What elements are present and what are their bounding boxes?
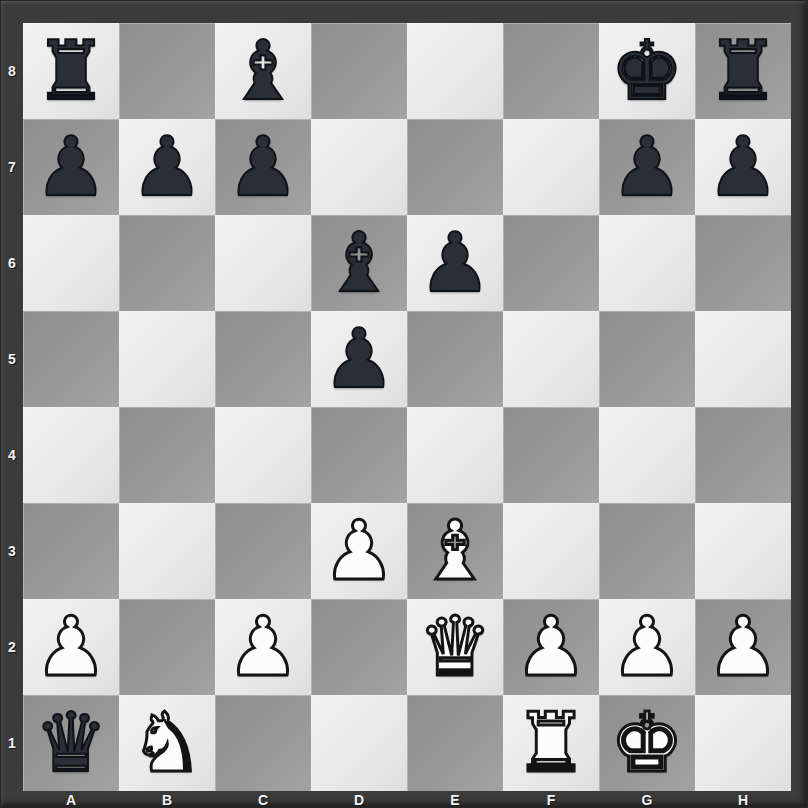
square-g5[interactable] <box>599 311 695 407</box>
square-g3[interactable] <box>599 503 695 599</box>
square-b4[interactable] <box>119 407 215 503</box>
black-bishop-piece: ♝ <box>311 215 407 311</box>
rank-label-8: 8 <box>1 23 23 119</box>
square-d8[interactable] <box>311 23 407 119</box>
square-c7[interactable]: ♟ <box>215 119 311 215</box>
square-b7[interactable]: ♟ <box>119 119 215 215</box>
square-b1[interactable]: ♞ <box>119 695 215 791</box>
white-bishop-piece: ♝ <box>407 503 503 599</box>
rank-label-3: 3 <box>1 503 23 599</box>
square-e7[interactable] <box>407 119 503 215</box>
black-pawn-piece: ♟ <box>599 119 695 215</box>
black-queen-piece: ♛ <box>23 695 119 791</box>
file-label-h: H <box>695 790 791 808</box>
black-pawn-piece: ♟ <box>23 119 119 215</box>
white-rook-piece: ♜ <box>503 695 599 791</box>
file-label-g: G <box>599 790 695 808</box>
black-pawn-piece: ♟ <box>407 215 503 311</box>
black-bishop-piece: ♝ <box>215 23 311 119</box>
white-pawn-piece: ♟ <box>215 599 311 695</box>
black-rook-piece: ♜ <box>23 23 119 119</box>
square-a6[interactable] <box>23 215 119 311</box>
square-f6[interactable] <box>503 215 599 311</box>
square-f2[interactable]: ♟ <box>503 599 599 695</box>
square-a7[interactable]: ♟ <box>23 119 119 215</box>
rank-label-7: 7 <box>1 119 23 215</box>
file-label-c: C <box>215 790 311 808</box>
square-c8[interactable]: ♝ <box>215 23 311 119</box>
black-pawn-piece: ♟ <box>311 311 407 407</box>
square-c2[interactable]: ♟ <box>215 599 311 695</box>
square-d4[interactable] <box>311 407 407 503</box>
rank-label-2: 2 <box>1 599 23 695</box>
square-g6[interactable] <box>599 215 695 311</box>
square-h7[interactable]: ♟ <box>695 119 791 215</box>
square-a8[interactable]: ♜ <box>23 23 119 119</box>
white-king-piece: ♚ <box>599 695 695 791</box>
rank-label-4: 4 <box>1 407 23 503</box>
square-e8[interactable] <box>407 23 503 119</box>
white-pawn-piece: ♟ <box>503 599 599 695</box>
square-g4[interactable] <box>599 407 695 503</box>
black-pawn-piece: ♟ <box>119 119 215 215</box>
square-f8[interactable] <box>503 23 599 119</box>
square-d1[interactable] <box>311 695 407 791</box>
square-c6[interactable] <box>215 215 311 311</box>
square-d3[interactable]: ♟ <box>311 503 407 599</box>
square-b3[interactable] <box>119 503 215 599</box>
square-c4[interactable] <box>215 407 311 503</box>
square-d7[interactable] <box>311 119 407 215</box>
square-h2[interactable]: ♟ <box>695 599 791 695</box>
square-g2[interactable]: ♟ <box>599 599 695 695</box>
rank-labels: 87654321 <box>1 23 23 791</box>
square-g8[interactable]: ♚ <box>599 23 695 119</box>
square-f1[interactable]: ♜ <box>503 695 599 791</box>
square-e4[interactable] <box>407 407 503 503</box>
square-f3[interactable] <box>503 503 599 599</box>
file-label-d: D <box>311 790 407 808</box>
square-b8[interactable] <box>119 23 215 119</box>
chess-board-frame: 87654321 ♜♝♚♜♟♟♟♟♟♝♟♟♟♝♟♟♛♟♟♟♛♞♜♚ ABCDEF… <box>0 0 808 808</box>
square-a2[interactable]: ♟ <box>23 599 119 695</box>
white-knight-piece: ♞ <box>119 695 215 791</box>
file-label-b: B <box>119 790 215 808</box>
square-c5[interactable] <box>215 311 311 407</box>
square-d2[interactable] <box>311 599 407 695</box>
square-g7[interactable]: ♟ <box>599 119 695 215</box>
square-d5[interactable]: ♟ <box>311 311 407 407</box>
square-c3[interactable] <box>215 503 311 599</box>
black-rook-piece: ♜ <box>695 23 791 119</box>
square-e1[interactable] <box>407 695 503 791</box>
square-b5[interactable] <box>119 311 215 407</box>
square-f5[interactable] <box>503 311 599 407</box>
square-a4[interactable] <box>23 407 119 503</box>
white-pawn-piece: ♟ <box>695 599 791 695</box>
file-label-a: A <box>23 790 119 808</box>
square-h3[interactable] <box>695 503 791 599</box>
square-a5[interactable] <box>23 311 119 407</box>
rank-label-5: 5 <box>1 311 23 407</box>
white-pawn-piece: ♟ <box>311 503 407 599</box>
black-pawn-piece: ♟ <box>215 119 311 215</box>
white-pawn-piece: ♟ <box>599 599 695 695</box>
square-e3[interactable]: ♝ <box>407 503 503 599</box>
square-f7[interactable] <box>503 119 599 215</box>
black-king-piece: ♚ <box>599 23 695 119</box>
square-f4[interactable] <box>503 407 599 503</box>
square-b2[interactable] <box>119 599 215 695</box>
file-labels: ABCDEFGH <box>23 790 791 808</box>
square-a1[interactable]: ♛ <box>23 695 119 791</box>
square-b6[interactable] <box>119 215 215 311</box>
square-g1[interactable]: ♚ <box>599 695 695 791</box>
file-label-f: F <box>503 790 599 808</box>
square-h8[interactable]: ♜ <box>695 23 791 119</box>
square-e2[interactable]: ♛ <box>407 599 503 695</box>
square-a3[interactable] <box>23 503 119 599</box>
square-e5[interactable] <box>407 311 503 407</box>
chess-board[interactable]: ♜♝♚♜♟♟♟♟♟♝♟♟♟♝♟♟♛♟♟♟♛♞♜♚ <box>23 23 791 791</box>
square-h4[interactable] <box>695 407 791 503</box>
square-h5[interactable] <box>695 311 791 407</box>
black-pawn-piece: ♟ <box>695 119 791 215</box>
rank-label-6: 6 <box>1 215 23 311</box>
file-label-e: E <box>407 790 503 808</box>
square-d6[interactable]: ♝ <box>311 215 407 311</box>
square-h6[interactable] <box>695 215 791 311</box>
white-pawn-piece: ♟ <box>23 599 119 695</box>
white-queen-piece: ♛ <box>407 599 503 695</box>
rank-label-1: 1 <box>1 695 23 791</box>
square-c1[interactable] <box>215 695 311 791</box>
square-e6[interactable]: ♟ <box>407 215 503 311</box>
square-h1[interactable] <box>695 695 791 791</box>
